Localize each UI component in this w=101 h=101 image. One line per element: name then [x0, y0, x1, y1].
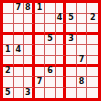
cell-r4c1[interactable]: [3, 35, 14, 46]
cell-r5c8[interactable]: [77, 45, 88, 56]
cell-r8c9[interactable]: [87, 77, 98, 88]
cell-r3c2[interactable]: [14, 24, 25, 35]
cell-r5c6[interactable]: [56, 45, 67, 56]
cell-r8c1[interactable]: [3, 77, 14, 88]
cell-r9c9[interactable]: [87, 88, 98, 99]
cell-r4c9[interactable]: [87, 35, 98, 46]
cell-r9c5[interactable]: [45, 88, 56, 99]
cell-r1c4[interactable]: 1: [35, 3, 46, 14]
cell-r2c6[interactable]: 4: [56, 14, 67, 25]
cell-r2c8[interactable]: [77, 14, 88, 25]
cell-r2c7[interactable]: 5: [66, 14, 77, 25]
cell-r7c8[interactable]: [77, 67, 88, 78]
cell-r2c3[interactable]: [24, 14, 35, 25]
cell-r1c3[interactable]: 8: [24, 3, 35, 14]
cell-r4c4[interactable]: [35, 35, 46, 46]
cell-r6c1[interactable]: [3, 56, 14, 67]
cell-r7c2[interactable]: [14, 67, 25, 78]
cell-r3c6[interactable]: [56, 24, 67, 35]
cell-r9c8[interactable]: [77, 88, 88, 99]
sudoku-board: 78145253147267853: [0, 0, 101, 101]
cell-r4c8[interactable]: [77, 35, 88, 46]
cell-r9c6[interactable]: [56, 88, 67, 99]
cell-r7c1[interactable]: 2: [3, 67, 14, 78]
cell-r7c5[interactable]: 6: [45, 67, 56, 78]
cell-r3c8[interactable]: [77, 24, 88, 35]
cell-r8c4[interactable]: 7: [35, 77, 46, 88]
cell-r3c5[interactable]: [45, 24, 56, 35]
cell-r2c1[interactable]: [3, 14, 14, 25]
cell-r7c3[interactable]: [24, 67, 35, 78]
cell-r1c6[interactable]: [56, 3, 67, 14]
cell-r8c7[interactable]: [66, 77, 77, 88]
cell-r3c3[interactable]: [24, 24, 35, 35]
cell-r1c2[interactable]: 7: [14, 3, 25, 14]
cell-r6c8[interactable]: 7: [77, 56, 88, 67]
cell-r8c3[interactable]: [24, 77, 35, 88]
cell-r5c9[interactable]: [87, 45, 98, 56]
cell-r1c7[interactable]: [66, 3, 77, 14]
cell-r2c2[interactable]: [14, 14, 25, 25]
cell-r9c1[interactable]: 5: [3, 88, 14, 99]
cell-r4c5[interactable]: 5: [45, 35, 56, 46]
cell-r6c4[interactable]: [35, 56, 46, 67]
cell-r9c3[interactable]: 3: [24, 88, 35, 99]
cell-r5c7[interactable]: [66, 45, 77, 56]
cell-r3c9[interactable]: [87, 24, 98, 35]
cell-r6c6[interactable]: [56, 56, 67, 67]
cell-r8c5[interactable]: [45, 77, 56, 88]
cell-r5c5[interactable]: [45, 45, 56, 56]
cell-r4c6[interactable]: [56, 35, 67, 46]
cell-r9c4[interactable]: [35, 88, 46, 99]
cell-r2c5[interactable]: [45, 14, 56, 25]
cell-r7c6[interactable]: [56, 67, 67, 78]
cell-r8c6[interactable]: [56, 77, 67, 88]
cell-r4c3[interactable]: [24, 35, 35, 46]
cell-r1c9[interactable]: [87, 3, 98, 14]
cell-r1c1[interactable]: [3, 3, 14, 14]
cell-r5c2[interactable]: 4: [14, 45, 25, 56]
cell-r7c4[interactable]: [35, 67, 46, 78]
cell-r5c1[interactable]: 1: [3, 45, 14, 56]
cell-r2c4[interactable]: [35, 14, 46, 25]
cell-r3c4[interactable]: [35, 24, 46, 35]
cell-r8c8[interactable]: 8: [77, 77, 88, 88]
cell-r3c7[interactable]: [66, 24, 77, 35]
cell-r7c7[interactable]: [66, 67, 77, 78]
cell-r9c7[interactable]: [66, 88, 77, 99]
cell-r6c7[interactable]: [66, 56, 77, 67]
cell-r2c9[interactable]: 2: [87, 14, 98, 25]
cell-r6c3[interactable]: [24, 56, 35, 67]
cell-r6c2[interactable]: [14, 56, 25, 67]
cell-r5c4[interactable]: [35, 45, 46, 56]
cell-r4c2[interactable]: [14, 35, 25, 46]
cell-r3c1[interactable]: [3, 24, 14, 35]
cell-r6c5[interactable]: [45, 56, 56, 67]
cell-r7c9[interactable]: [87, 67, 98, 78]
cell-r8c2[interactable]: [14, 77, 25, 88]
cell-r4c7[interactable]: 3: [66, 35, 77, 46]
cell-r6c9[interactable]: [87, 56, 98, 67]
cell-r5c3[interactable]: [24, 45, 35, 56]
cell-r1c5[interactable]: [45, 3, 56, 14]
cell-r9c2[interactable]: [14, 88, 25, 99]
cell-r1c8[interactable]: [77, 3, 88, 14]
